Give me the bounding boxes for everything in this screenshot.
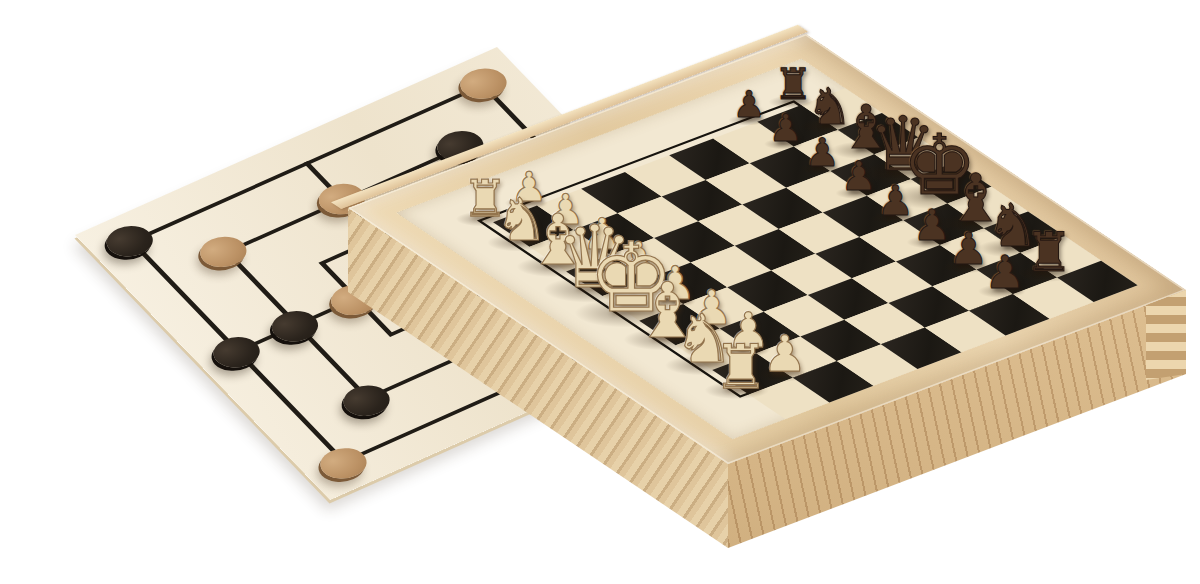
chess-piece-black-pawn-d7[interactable]: ♟	[841, 157, 877, 197]
game-set-photo: ♜♟♞♟♝♟♛♟♚♟♟♜♝♟♟♞♞♟♟♝♜♟♟♛♟♚♟♝♟♞♟♜	[0, 0, 1200, 584]
chess-piece-black-pawn-b7[interactable]: ♟	[769, 110, 803, 148]
piece-glyph: ♟	[841, 157, 877, 197]
piece-glyph: ♜	[713, 336, 768, 397]
chess-piece-black-pawn-h7[interactable]: ♟	[985, 251, 1026, 296]
chess-piece-white-rook-h1[interactable]: ♜	[713, 336, 768, 397]
chess-piece-black-pawn-c7[interactable]: ♟	[805, 134, 840, 173]
chess-piece-black-pawn-g7[interactable]: ♟	[949, 227, 989, 271]
chess-piece-black-rook-h8[interactable]: ♜	[1025, 226, 1073, 280]
piece-glyph: ♟	[949, 227, 989, 271]
piece-glyph: ♟	[769, 110, 803, 148]
piece-glyph: ♟	[805, 134, 840, 173]
chess-piece-black-pawn-a7[interactable]: ♟	[733, 87, 766, 124]
chess-piece-black-pawn-f7[interactable]: ♟	[913, 204, 951, 247]
piece-glyph: ♟	[877, 180, 914, 222]
piece-glyph: ♟	[985, 251, 1026, 296]
chess-piece-white-pawn-h2[interactable]: ♟	[762, 330, 807, 380]
piece-glyph: ♜	[1025, 226, 1073, 280]
piece-glyph: ♟	[762, 330, 807, 380]
piece-glyph: ♟	[913, 204, 951, 247]
chess-piece-black-pawn-e7[interactable]: ♟	[877, 180, 914, 222]
piece-glyph: ♟	[733, 87, 766, 124]
